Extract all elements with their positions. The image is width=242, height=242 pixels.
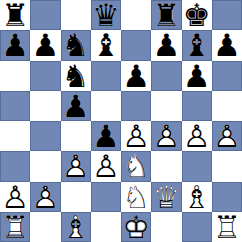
white-pawn[interactable]: ♟♙: [30, 182, 60, 212]
white-pawn[interactable]: ♟♙: [121, 121, 151, 151]
white-piece-outline-layer: ♙: [151, 121, 181, 151]
white-queen[interactable]: ♛♕: [151, 182, 181, 212]
square-d3[interactable]: ♟♙: [91, 151, 121, 181]
square-g1[interactable]: [182, 212, 212, 242]
square-e3[interactable]: ♞♘: [121, 151, 151, 181]
square-a7[interactable]: ♙♟: [0, 30, 30, 60]
square-h2[interactable]: [212, 182, 242, 212]
chess-board: ♖♜♕♛♖♜♔♚♙♟♙♟♘♞♗♝♙♟♗♝♙♟♘♞♙♟♙♟♙♟♙♟♟♙♟♙♟♙♟♙…: [0, 0, 242, 242]
square-e7[interactable]: [121, 30, 151, 60]
black-knight[interactable]: ♘♞: [61, 30, 91, 60]
black-piece-outline-layer: ♟: [61, 91, 91, 121]
square-h3[interactable]: [212, 151, 242, 181]
white-piece-outline-layer: ♙: [182, 121, 212, 151]
square-e1[interactable]: ♚♔: [121, 212, 151, 242]
square-f8[interactable]: ♖♜: [151, 0, 181, 30]
white-bishop[interactable]: ♝♗: [61, 212, 91, 242]
square-a8[interactable]: ♖♜: [0, 0, 30, 30]
square-f4[interactable]: ♟♙: [151, 121, 181, 151]
square-f3[interactable]: [151, 151, 181, 181]
square-b4[interactable]: [30, 121, 60, 151]
white-rook[interactable]: ♜♖: [212, 212, 242, 242]
white-piece-outline-layer: ♘: [121, 182, 151, 212]
white-piece-outline-layer: ♗: [61, 212, 91, 242]
white-rook[interactable]: ♜♖: [0, 212, 30, 242]
square-d4[interactable]: ♙♟: [91, 121, 121, 151]
square-a5[interactable]: [0, 91, 30, 121]
white-piece-outline-layer: ♗: [182, 182, 212, 212]
black-pawn[interactable]: ♙♟: [91, 121, 121, 151]
square-h8[interactable]: [212, 0, 242, 30]
square-e8[interactable]: [121, 0, 151, 30]
black-bishop[interactable]: ♗♝: [91, 30, 121, 60]
black-pawn[interactable]: ♙♟: [61, 91, 91, 121]
square-g8[interactable]: ♔♚: [182, 0, 212, 30]
square-d1[interactable]: [91, 212, 121, 242]
white-piece-outline-layer: ♙: [212, 121, 242, 151]
black-piece-outline-layer: ♞: [61, 61, 91, 91]
square-a4[interactable]: [0, 121, 30, 151]
square-f2[interactable]: ♛♕: [151, 182, 181, 212]
square-g2[interactable]: ♝♗: [182, 182, 212, 212]
square-b5[interactable]: [30, 91, 60, 121]
square-e5[interactable]: [121, 91, 151, 121]
black-pawn[interactable]: ♙♟: [182, 61, 212, 91]
square-b8[interactable]: [30, 0, 60, 30]
black-piece-outline-layer: ♟: [0, 30, 30, 60]
square-b6[interactable]: [30, 61, 60, 91]
white-pawn[interactable]: ♟♙: [91, 151, 121, 181]
black-pawn[interactable]: ♙♟: [212, 30, 242, 60]
black-piece-outline-layer: ♞: [61, 30, 91, 60]
black-piece-outline-layer: ♟: [182, 61, 212, 91]
square-f6[interactable]: [151, 61, 181, 91]
square-d7[interactable]: ♗♝: [91, 30, 121, 60]
white-king[interactable]: ♚♔: [121, 212, 151, 242]
black-queen[interactable]: ♕♛: [91, 0, 121, 30]
black-knight[interactable]: ♘♞: [61, 61, 91, 91]
square-d5[interactable]: [91, 91, 121, 121]
black-pawn[interactable]: ♙♟: [151, 30, 181, 60]
square-g4[interactable]: ♟♙: [182, 121, 212, 151]
white-bishop[interactable]: ♝♗: [182, 182, 212, 212]
white-knight[interactable]: ♞♘: [121, 182, 151, 212]
square-g3[interactable]: [182, 151, 212, 181]
square-g7[interactable]: ♗♝: [182, 30, 212, 60]
square-h4[interactable]: ♟♙: [212, 121, 242, 151]
square-a3[interactable]: [0, 151, 30, 181]
black-piece-outline-layer: ♜: [151, 0, 181, 30]
white-piece-outline-layer: ♘: [121, 151, 151, 181]
square-b1[interactable]: [30, 212, 60, 242]
white-piece-outline-layer: ♕: [151, 182, 181, 212]
black-piece-outline-layer: ♟: [91, 121, 121, 151]
black-piece-outline-layer: ♟: [121, 61, 151, 91]
square-d2[interactable]: [91, 182, 121, 212]
square-g5[interactable]: [182, 91, 212, 121]
square-a6[interactable]: [0, 61, 30, 91]
white-piece-outline-layer: ♖: [0, 212, 30, 242]
white-piece-outline-layer: ♙: [0, 182, 30, 212]
black-piece-outline-layer: ♛: [91, 0, 121, 30]
black-rook[interactable]: ♖♜: [151, 0, 181, 30]
square-h7[interactable]: ♙♟: [212, 30, 242, 60]
black-piece-outline-layer: ♝: [182, 30, 212, 60]
white-pawn[interactable]: ♟♙: [61, 151, 91, 181]
square-c5[interactable]: ♙♟: [61, 91, 91, 121]
black-piece-outline-layer: ♚: [182, 0, 212, 30]
black-pawn[interactable]: ♙♟: [121, 61, 151, 91]
white-pawn[interactable]: ♟♙: [0, 182, 30, 212]
square-d8[interactable]: ♕♛: [91, 0, 121, 30]
square-b3[interactable]: [30, 151, 60, 181]
white-pawn[interactable]: ♟♙: [151, 121, 181, 151]
square-e2[interactable]: ♞♘: [121, 182, 151, 212]
square-d6[interactable]: [91, 61, 121, 91]
square-e4[interactable]: ♟♙: [121, 121, 151, 151]
black-piece-outline-layer: ♟: [212, 30, 242, 60]
square-c6[interactable]: ♘♞: [61, 61, 91, 91]
square-a1[interactable]: ♜♖: [0, 212, 30, 242]
square-h6[interactable]: [212, 61, 242, 91]
black-rook[interactable]: ♖♜: [0, 0, 30, 30]
square-g6[interactable]: ♙♟: [182, 61, 212, 91]
white-piece-outline-layer: ♙: [121, 121, 151, 151]
square-c4[interactable]: [61, 121, 91, 151]
square-b2[interactable]: ♟♙: [30, 182, 60, 212]
white-pawn[interactable]: ♟♙: [212, 121, 242, 151]
square-h5[interactable]: [212, 91, 242, 121]
square-c3[interactable]: ♟♙: [61, 151, 91, 181]
square-h1[interactable]: ♜♖: [212, 212, 242, 242]
square-c1[interactable]: ♝♗: [61, 212, 91, 242]
black-king[interactable]: ♔♚: [182, 0, 212, 30]
white-piece-outline-layer: ♙: [30, 182, 60, 212]
square-c2[interactable]: [61, 182, 91, 212]
black-piece-outline-layer: ♝: [91, 30, 121, 60]
square-f5[interactable]: [151, 91, 181, 121]
white-piece-outline-layer: ♖: [212, 212, 242, 242]
white-pawn[interactable]: ♟♙: [182, 121, 212, 151]
square-f7[interactable]: ♙♟: [151, 30, 181, 60]
square-c8[interactable]: [61, 0, 91, 30]
black-piece-outline-layer: ♜: [0, 0, 30, 30]
square-c7[interactable]: ♘♞: [61, 30, 91, 60]
white-piece-outline-layer: ♙: [61, 151, 91, 181]
white-piece-outline-layer: ♙: [91, 151, 121, 181]
square-e6[interactable]: ♙♟: [121, 61, 151, 91]
black-piece-outline-layer: ♟: [151, 30, 181, 60]
white-piece-outline-layer: ♔: [121, 212, 151, 242]
black-piece-outline-layer: ♟: [30, 30, 60, 60]
black-bishop[interactable]: ♗♝: [182, 30, 212, 60]
square-f1[interactable]: [151, 212, 181, 242]
black-pawn[interactable]: ♙♟: [30, 30, 60, 60]
black-pawn[interactable]: ♙♟: [0, 30, 30, 60]
white-knight[interactable]: ♞♘: [121, 151, 151, 181]
square-a2[interactable]: ♟♙: [0, 182, 30, 212]
square-b7[interactable]: ♙♟: [30, 30, 60, 60]
